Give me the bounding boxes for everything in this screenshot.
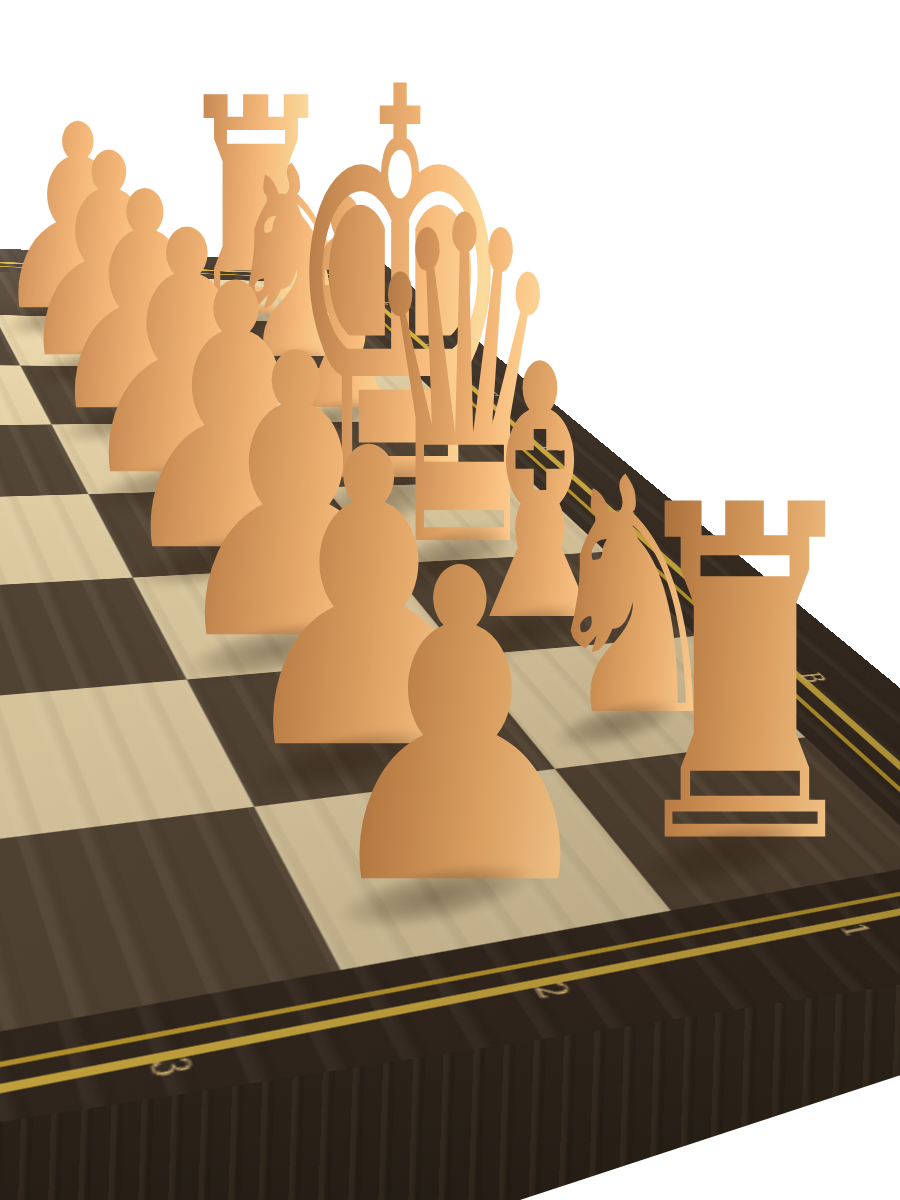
rank-label-3: 3 xyxy=(141,1054,197,1080)
chess-photo-stage: 12345678ABCDEFGH ♟♟♟♟♟♟♟♟♜♞♝♚♛♝♞♜ xyxy=(0,0,900,1200)
piece-white-rook-a1[interactable]: ♜ xyxy=(617,447,873,907)
rank-label-2: 2 xyxy=(526,980,574,1002)
piece-white-pawn-a2[interactable]: ♟ xyxy=(310,514,611,944)
